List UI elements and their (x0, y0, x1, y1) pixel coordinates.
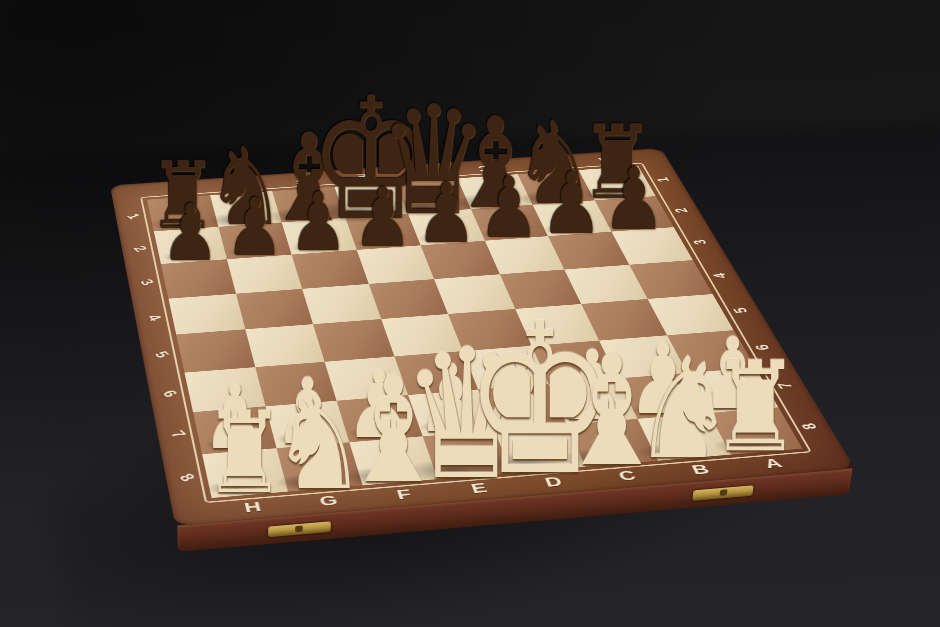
square-h4 (168, 293, 244, 334)
square-h6 (184, 367, 265, 412)
square-h8 (202, 448, 287, 498)
photo-stage: HGFEDCBA HGFEDCBA 12345678 12345678 ♜♞♝♚… (0, 0, 940, 627)
square-d5 (448, 309, 531, 351)
square-a8 (708, 407, 802, 455)
square-g3 (226, 255, 302, 294)
rank-label: 7 (745, 372, 826, 400)
rank-label: 6 (130, 374, 209, 413)
square-b7 (618, 373, 708, 419)
square-h5 (176, 329, 254, 372)
square-g1 (210, 191, 282, 227)
square-e7 (408, 390, 495, 437)
square-d7 (478, 384, 566, 430)
square-b8 (637, 413, 730, 461)
square-g5 (245, 324, 325, 367)
square-g6 (255, 362, 337, 407)
square-f2 (282, 218, 357, 255)
square-a6 (666, 330, 755, 373)
square-d8 (494, 424, 585, 473)
rank-label: 6 (723, 334, 802, 360)
rank-label: 8 (768, 412, 851, 441)
square-f8 (349, 436, 437, 485)
rank-label: 5 (123, 336, 200, 373)
square-e8 (422, 430, 511, 479)
square-h2 (154, 227, 227, 264)
square-h3 (161, 259, 236, 298)
square-c7 (548, 378, 637, 424)
square-h1 (147, 195, 218, 231)
brass-hinge-1 (268, 521, 331, 537)
square-f5 (313, 319, 394, 361)
square-c6 (531, 340, 618, 384)
rank-label: 8 (145, 456, 228, 499)
square-f7 (337, 395, 422, 442)
square-g4 (235, 289, 313, 330)
square-c8 (566, 419, 658, 467)
rank-label: 7 (137, 414, 218, 455)
brass-hinge-2 (693, 485, 754, 501)
square-h7 (193, 406, 276, 454)
square-g2 (218, 222, 292, 259)
square-g8 (276, 442, 363, 492)
square-f3 (292, 250, 369, 289)
scene-3d: HGFEDCBA HGFEDCBA 12345678 12345678 (0, 0, 940, 627)
square-f6 (325, 356, 408, 401)
square-a7 (687, 368, 779, 413)
square-b6 (599, 335, 687, 378)
board-top-surface: HGFEDCBA HGFEDCBA 12345678 12345678 (110, 148, 855, 526)
board-grid (147, 166, 802, 498)
square-e6 (394, 351, 478, 395)
square-d6 (463, 346, 548, 390)
chess-board: HGFEDCBA HGFEDCBA 12345678 12345678 (110, 148, 855, 526)
square-g7 (265, 401, 349, 448)
square-e5 (381, 314, 463, 356)
square-f1 (272, 187, 345, 222)
square-f4 (302, 284, 381, 324)
